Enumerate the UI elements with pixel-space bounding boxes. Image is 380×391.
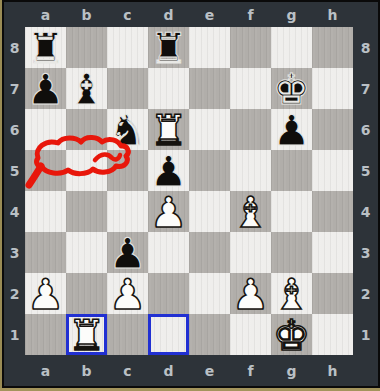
square-g7[interactable]: ♚ [271,68,312,109]
file-label-f: f [247,8,253,22]
square-f1[interactable] [230,314,271,355]
piece-white-rook[interactable]: ♜ [68,313,106,356]
piece-black-rook[interactable]: ♜ [27,26,65,69]
piece-white-bishop[interactable]: ♝ [273,272,311,315]
rank-label-6: 6 [10,123,20,137]
file-label-c: c [123,8,131,22]
rank-label-8: 8 [361,41,371,55]
square-f3[interactable] [230,232,271,273]
square-b3[interactable] [66,232,107,273]
file-label-b: b [81,364,91,378]
chess-app-window: abcdefgh 87654321 ♜♜♟♝♚♞♜♟♟♟♝♟♟♟♟♝♜♚ 876… [0,0,380,391]
rank-label-7: 7 [10,82,20,96]
square-g5[interactable] [271,150,312,191]
square-h1[interactable] [312,314,353,355]
square-a7[interactable]: ♟ [25,68,66,109]
rank-label-4: 4 [10,205,20,219]
rank-label-5: 5 [10,164,20,178]
square-f4[interactable]: ♝ [230,191,271,232]
rank-label-1: 1 [10,328,20,342]
square-b5[interactable] [66,150,107,191]
square-g2[interactable]: ♝ [271,273,312,314]
piece-white-king[interactable]: ♚ [273,313,311,356]
square-a6[interactable] [25,109,66,150]
rank-label-2: 2 [10,287,20,301]
square-g8[interactable] [271,27,312,68]
square-e3[interactable] [189,232,230,273]
square-e1[interactable] [189,314,230,355]
piece-white-rook[interactable]: ♜ [150,108,188,151]
file-labels-top: abcdefgh [25,2,353,27]
square-h4[interactable] [312,191,353,232]
square-e2[interactable] [189,273,230,314]
square-c4[interactable] [107,191,148,232]
rank-label-1: 1 [361,328,371,342]
square-g3[interactable] [271,232,312,273]
piece-black-pawn[interactable]: ♟ [150,149,188,192]
file-label-g: g [286,364,296,378]
square-b1[interactable]: ♜ [66,314,107,355]
square-c6[interactable]: ♞ [107,109,148,150]
file-labels-bottom: abcdefgh [25,355,353,386]
piece-black-pawn[interactable]: ♟ [273,108,311,151]
file-label-h: h [328,364,338,378]
square-c7[interactable] [107,68,148,109]
square-a8[interactable]: ♜ [25,27,66,68]
square-a2[interactable]: ♟ [25,273,66,314]
file-label-a: a [41,364,50,378]
square-g1[interactable]: ♚ [271,314,312,355]
rank-label-6: 6 [361,123,371,137]
piece-black-bishop[interactable]: ♝ [68,67,106,110]
file-label-c: c [123,364,131,378]
file-label-e: e [205,364,215,378]
square-a3[interactable] [25,232,66,273]
file-label-b: b [81,8,91,22]
file-label-d: d [163,364,173,378]
square-f5[interactable] [230,150,271,191]
rank-label-4: 4 [361,205,371,219]
square-g4[interactable] [271,191,312,232]
square-e6[interactable] [189,109,230,150]
piece-white-pawn[interactable]: ♟ [232,272,270,315]
piece-black-king[interactable]: ♚ [273,67,311,110]
file-label-a: a [41,8,50,22]
square-c8[interactable] [107,27,148,68]
square-e7[interactable] [189,68,230,109]
square-b6[interactable] [66,109,107,150]
rank-label-8: 8 [10,41,20,55]
square-c2[interactable]: ♟ [107,273,148,314]
square-c1[interactable] [107,314,148,355]
square-b4[interactable] [66,191,107,232]
square-a5[interactable] [25,150,66,191]
rank-label-2: 2 [361,287,371,301]
rank-labels-right: 87654321 [353,27,378,355]
piece-black-pawn[interactable]: ♟ [27,67,65,110]
square-g6[interactable]: ♟ [271,109,312,150]
square-d6[interactable]: ♜ [148,109,189,150]
rank-label-5: 5 [361,164,371,178]
piece-white-pawn[interactable]: ♟ [150,190,188,233]
square-d1[interactable] [148,314,189,355]
file-label-g: g [286,8,296,22]
square-d5[interactable]: ♟ [148,150,189,191]
square-b8[interactable] [66,27,107,68]
piece-black-rook[interactable]: ♜ [150,26,188,69]
square-b2[interactable] [66,273,107,314]
board-frame: abcdefgh 87654321 ♜♜♟♝♚♞♜♟♟♟♝♟♟♟♟♝♜♚ 876… [2,0,380,388]
piece-white-bishop[interactable]: ♝ [232,190,270,233]
square-h3[interactable] [312,232,353,273]
file-label-d: d [163,8,173,22]
square-d8[interactable]: ♜ [148,27,189,68]
rank-label-3: 3 [361,246,371,260]
rank-label-7: 7 [361,82,371,96]
square-a1[interactable] [25,314,66,355]
square-d4[interactable]: ♟ [148,191,189,232]
square-e5[interactable] [189,150,230,191]
piece-white-pawn[interactable]: ♟ [27,272,65,315]
rank-labels-left: 87654321 [4,27,25,355]
square-f6[interactable] [230,109,271,150]
square-h8[interactable] [312,27,353,68]
chess-board: ♜♜♟♝♚♞♜♟♟♟♝♟♟♟♟♝♜♚ [25,27,353,355]
square-h2[interactable] [312,273,353,314]
rank-label-3: 3 [10,246,20,260]
square-h7[interactable] [312,68,353,109]
piece-black-pawn[interactable]: ♟ [109,231,147,274]
piece-black-knight[interactable]: ♞ [109,108,147,151]
square-e8[interactable] [189,27,230,68]
square-c5[interactable] [107,150,148,191]
square-f7[interactable] [230,68,271,109]
square-d2[interactable] [148,273,189,314]
square-f2[interactable]: ♟ [230,273,271,314]
square-b7[interactable]: ♝ [66,68,107,109]
piece-white-pawn[interactable]: ♟ [109,272,147,315]
square-h6[interactable] [312,109,353,150]
file-label-f: f [247,364,253,378]
square-d7[interactable] [148,68,189,109]
file-label-e: e [205,8,215,22]
square-d3[interactable] [148,232,189,273]
file-label-h: h [328,8,338,22]
square-e4[interactable] [189,191,230,232]
square-f8[interactable] [230,27,271,68]
square-h5[interactable] [312,150,353,191]
square-c3[interactable]: ♟ [107,232,148,273]
square-a4[interactable] [25,191,66,232]
